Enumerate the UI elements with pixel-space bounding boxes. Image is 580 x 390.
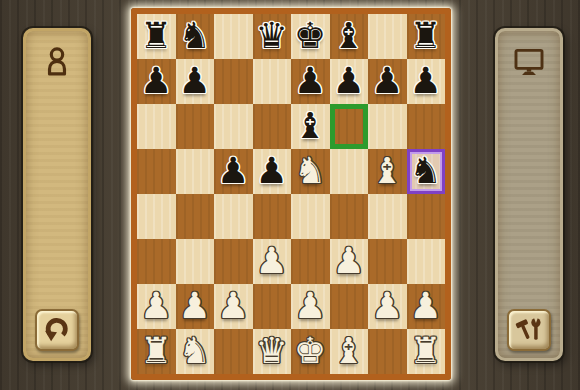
piece-white-pawn[interactable]: ♟ <box>256 238 288 283</box>
square-c3[interactable] <box>214 239 253 284</box>
piece-black-rook[interactable]: ♜ <box>140 13 172 58</box>
square-g7[interactable]: ♟ <box>368 59 407 104</box>
square-a7[interactable]: ♟ <box>137 59 176 104</box>
square-b6[interactable] <box>176 104 215 149</box>
square-g6[interactable] <box>368 104 407 149</box>
square-a2[interactable]: ♟ <box>137 284 176 329</box>
square-d7[interactable] <box>253 59 292 104</box>
square-e8[interactable]: ♚ <box>291 14 330 59</box>
piece-black-pawn[interactable]: ♟ <box>140 58 172 103</box>
player-panel-human <box>23 28 91 361</box>
square-a5[interactable] <box>137 149 176 194</box>
square-g2[interactable]: ♟ <box>368 284 407 329</box>
square-c4[interactable] <box>214 194 253 239</box>
undo-icon <box>42 315 72 345</box>
square-a3[interactable] <box>137 239 176 284</box>
square-f2[interactable] <box>330 284 369 329</box>
square-a6[interactable] <box>137 104 176 149</box>
square-b3[interactable] <box>176 239 215 284</box>
piece-black-bishop[interactable]: ♝ <box>333 13 365 58</box>
square-h6[interactable] <box>407 104 446 149</box>
piece-white-rook[interactable]: ♜ <box>140 328 172 373</box>
piece-white-pawn[interactable]: ♟ <box>371 283 403 328</box>
square-g5[interactable]: ♝ <box>368 149 407 194</box>
piece-black-knight[interactable]: ♞ <box>179 13 211 58</box>
square-g8[interactable] <box>368 14 407 59</box>
square-f5[interactable] <box>330 149 369 194</box>
piece-black-knight[interactable]: ♞ <box>410 148 442 193</box>
square-e1[interactable]: ♚ <box>291 329 330 374</box>
square-g4[interactable] <box>368 194 407 239</box>
piece-white-pawn[interactable]: ♟ <box>217 283 249 328</box>
piece-white-pawn[interactable]: ♟ <box>179 283 211 328</box>
player-panel-computer <box>495 28 563 361</box>
undo-button[interactable] <box>35 309 79 351</box>
piece-white-bishop[interactable]: ♝ <box>333 328 365 373</box>
chess-board-frame: ♜♞♛♚♝♜♟♟♟♟♟♟♝♟♟♞♝♞♟♟♟♟♟♟♟♟♜♞♛♚♝♜ <box>131 8 451 380</box>
piece-black-pawn[interactable]: ♟ <box>179 58 211 103</box>
piece-white-pawn[interactable]: ♟ <box>410 283 442 328</box>
piece-white-bishop[interactable]: ♝ <box>371 148 403 193</box>
square-h4[interactable] <box>407 194 446 239</box>
piece-white-pawn[interactable]: ♟ <box>294 283 326 328</box>
square-f4[interactable] <box>330 194 369 239</box>
square-g1[interactable] <box>368 329 407 374</box>
piece-white-rook[interactable]: ♜ <box>410 328 442 373</box>
piece-white-knight[interactable]: ♞ <box>294 148 326 193</box>
square-f7[interactable]: ♟ <box>330 59 369 104</box>
square-e5[interactable]: ♞ <box>291 149 330 194</box>
piece-black-pawn[interactable]: ♟ <box>371 58 403 103</box>
tools-button[interactable] <box>507 309 551 351</box>
piece-black-bishop[interactable]: ♝ <box>294 103 326 148</box>
square-e7[interactable]: ♟ <box>291 59 330 104</box>
piece-white-pawn[interactable]: ♟ <box>333 238 365 283</box>
person-icon <box>39 44 75 80</box>
tools-icon <box>514 315 544 345</box>
square-g3[interactable] <box>368 239 407 284</box>
piece-black-pawn[interactable]: ♟ <box>333 58 365 103</box>
computer-icon <box>511 44 547 80</box>
square-a8[interactable]: ♜ <box>137 14 176 59</box>
chess-board: ♜♞♛♚♝♜♟♟♟♟♟♟♝♟♟♞♝♞♟♟♟♟♟♟♟♟♜♞♛♚♝♜ <box>137 14 445 374</box>
square-a1[interactable]: ♜ <box>137 329 176 374</box>
square-h7[interactable]: ♟ <box>407 59 446 104</box>
square-f3[interactable]: ♟ <box>330 239 369 284</box>
square-d2[interactable] <box>253 284 292 329</box>
piece-black-pawn[interactable]: ♟ <box>294 58 326 103</box>
square-b2[interactable]: ♟ <box>176 284 215 329</box>
piece-black-pawn[interactable]: ♟ <box>410 58 442 103</box>
piece-black-queen[interactable]: ♛ <box>256 13 288 58</box>
square-h3[interactable] <box>407 239 446 284</box>
square-h2[interactable]: ♟ <box>407 284 446 329</box>
square-b4[interactable] <box>176 194 215 239</box>
square-h1[interactable]: ♜ <box>407 329 446 374</box>
square-d6[interactable] <box>253 104 292 149</box>
square-c5[interactable]: ♟ <box>214 149 253 194</box>
square-b5[interactable] <box>176 149 215 194</box>
square-e6[interactable]: ♝ <box>291 104 330 149</box>
square-c1[interactable] <box>214 329 253 374</box>
square-b1[interactable]: ♞ <box>176 329 215 374</box>
square-b7[interactable]: ♟ <box>176 59 215 104</box>
app-background: ♜♞♛♚♝♜♟♟♟♟♟♟♝♟♟♞♝♞♟♟♟♟♟♟♟♟♜♞♛♚♝♜ <box>0 0 580 390</box>
piece-black-pawn[interactable]: ♟ <box>217 148 249 193</box>
piece-black-pawn[interactable]: ♟ <box>256 148 288 193</box>
piece-white-queen[interactable]: ♛ <box>256 328 288 373</box>
square-b8[interactable]: ♞ <box>176 14 215 59</box>
square-c7[interactable] <box>214 59 253 104</box>
piece-black-rook[interactable]: ♜ <box>410 13 442 58</box>
square-e4[interactable] <box>291 194 330 239</box>
square-c2[interactable]: ♟ <box>214 284 253 329</box>
square-d5[interactable]: ♟ <box>253 149 292 194</box>
square-d1[interactable]: ♛ <box>253 329 292 374</box>
square-f6[interactable] <box>330 104 369 149</box>
square-d3[interactable]: ♟ <box>253 239 292 284</box>
square-a4[interactable] <box>137 194 176 239</box>
square-d8[interactable]: ♛ <box>253 14 292 59</box>
piece-white-king[interactable]: ♚ <box>294 328 326 373</box>
square-d4[interactable] <box>253 194 292 239</box>
piece-white-knight[interactable]: ♞ <box>179 328 211 373</box>
piece-black-king[interactable]: ♚ <box>294 13 326 58</box>
square-h8[interactable]: ♜ <box>407 14 446 59</box>
piece-white-pawn[interactable]: ♟ <box>140 283 172 328</box>
square-e2[interactable]: ♟ <box>291 284 330 329</box>
square-c6[interactable] <box>214 104 253 149</box>
square-e3[interactable] <box>291 239 330 284</box>
square-f1[interactable]: ♝ <box>330 329 369 374</box>
square-f8[interactable]: ♝ <box>330 14 369 59</box>
square-c8[interactable] <box>214 14 253 59</box>
square-h5[interactable]: ♞ <box>407 149 446 194</box>
